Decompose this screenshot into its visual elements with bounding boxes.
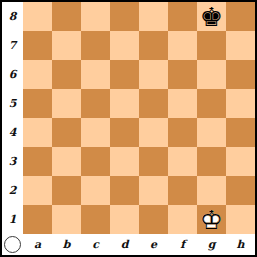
square-b8 xyxy=(52,2,81,31)
square-a1 xyxy=(23,205,52,234)
square-c7 xyxy=(81,31,110,60)
square-a5 xyxy=(23,89,52,118)
square-f8 xyxy=(168,2,197,31)
square-h1 xyxy=(226,205,255,234)
square-h3 xyxy=(226,147,255,176)
square-c5 xyxy=(81,89,110,118)
square-d3 xyxy=(110,147,139,176)
square-c1 xyxy=(81,205,110,234)
rank-label-7: 7 xyxy=(2,31,23,60)
square-d2 xyxy=(110,176,139,205)
file-label-a: a xyxy=(23,234,52,255)
square-c8 xyxy=(81,2,110,31)
square-f1 xyxy=(168,205,197,234)
white-king: ♚♔ xyxy=(197,205,226,234)
file-label-g: g xyxy=(197,234,226,255)
file-label-d: d xyxy=(110,234,139,255)
square-c6 xyxy=(81,60,110,89)
square-b3 xyxy=(52,147,81,176)
square-e7 xyxy=(139,31,168,60)
turn-indicator-corner xyxy=(2,234,23,255)
square-e6 xyxy=(139,60,168,89)
square-f2 xyxy=(168,176,197,205)
rank-label-2: 2 xyxy=(2,176,23,205)
square-g4 xyxy=(197,118,226,147)
square-h6 xyxy=(226,60,255,89)
square-d4 xyxy=(110,118,139,147)
square-d7 xyxy=(110,31,139,60)
square-b6 xyxy=(52,60,81,89)
square-f6 xyxy=(168,60,197,89)
black-king: ♚ xyxy=(197,2,226,31)
file-label-b: b xyxy=(52,234,81,255)
square-c3 xyxy=(81,147,110,176)
square-g1: ♚♔ xyxy=(197,205,226,234)
square-f7 xyxy=(168,31,197,60)
square-h5 xyxy=(226,89,255,118)
rank-label-1: 1 xyxy=(2,205,23,234)
square-e1 xyxy=(139,205,168,234)
square-c2 xyxy=(81,176,110,205)
rank-label-4: 4 xyxy=(2,118,23,147)
square-a2 xyxy=(23,176,52,205)
rank-label-3: 3 xyxy=(2,147,23,176)
square-e3 xyxy=(139,147,168,176)
square-d5 xyxy=(110,89,139,118)
square-h8 xyxy=(226,2,255,31)
file-label-e: e xyxy=(139,234,168,255)
black-king-glyph: ♚ xyxy=(197,2,226,31)
file-label-h: h xyxy=(226,234,255,255)
square-g7 xyxy=(197,31,226,60)
square-f3 xyxy=(168,147,197,176)
square-b1 xyxy=(52,205,81,234)
square-g5 xyxy=(197,89,226,118)
square-d1 xyxy=(110,205,139,234)
square-e8 xyxy=(139,2,168,31)
square-e2 xyxy=(139,176,168,205)
square-g3 xyxy=(197,147,226,176)
rank-label-8: 8 xyxy=(2,2,23,31)
square-h4 xyxy=(226,118,255,147)
rank-label-6: 6 xyxy=(2,60,23,89)
square-g6 xyxy=(197,60,226,89)
square-a7 xyxy=(23,31,52,60)
square-h2 xyxy=(226,176,255,205)
white-king-outline-glyph: ♔ xyxy=(197,205,226,234)
square-a3 xyxy=(23,147,52,176)
white-to-move-indicator xyxy=(4,236,21,253)
file-label-f: f xyxy=(168,234,197,255)
square-e5 xyxy=(139,89,168,118)
square-e4 xyxy=(139,118,168,147)
square-b7 xyxy=(52,31,81,60)
square-h7 xyxy=(226,31,255,60)
square-a8 xyxy=(23,2,52,31)
chess-diagram: 8♚7654321♚♔abcdefgh xyxy=(0,0,257,257)
square-f5 xyxy=(168,89,197,118)
file-label-c: c xyxy=(81,234,110,255)
square-b2 xyxy=(52,176,81,205)
square-g2 xyxy=(197,176,226,205)
white-king-fill-glyph: ♚ xyxy=(197,205,226,234)
square-d8 xyxy=(110,2,139,31)
square-d6 xyxy=(110,60,139,89)
square-c4 xyxy=(81,118,110,147)
square-g8: ♚ xyxy=(197,2,226,31)
rank-label-5: 5 xyxy=(2,89,23,118)
square-b5 xyxy=(52,89,81,118)
square-f4 xyxy=(168,118,197,147)
square-b4 xyxy=(52,118,81,147)
square-a6 xyxy=(23,60,52,89)
square-a4 xyxy=(23,118,52,147)
